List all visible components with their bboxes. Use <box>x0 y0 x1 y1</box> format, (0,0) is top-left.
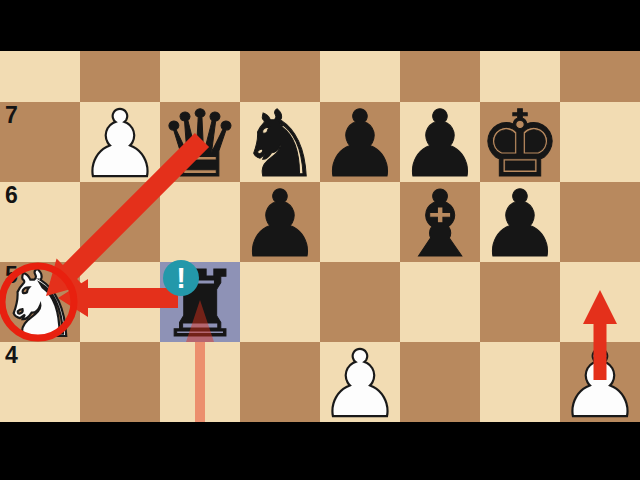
square-g4[interactable] <box>480 342 560 422</box>
piece-black-bishop-f6[interactable]: ♝ <box>400 185 480 265</box>
piece-black-pawn-d6[interactable]: ♟ <box>240 185 320 265</box>
piece-white-pawn-e4[interactable]: ♟ <box>320 345 400 425</box>
square-e5[interactable] <box>320 262 400 342</box>
square-h6[interactable] <box>560 182 640 262</box>
video-frame: 7654♟♛♞♟♟♚♟♝♟♞♜♟♟ ! <box>0 0 640 480</box>
rank-label-7: 7 <box>0 102 18 127</box>
square-h5[interactable] <box>560 262 640 342</box>
square-f4[interactable] <box>400 342 480 422</box>
letterbox-bottom <box>0 422 640 480</box>
square-b4[interactable] <box>80 342 160 422</box>
chess-board: 7654♟♛♞♟♟♚♟♝♟♞♜♟♟ <box>0 0 640 480</box>
letterbox-top <box>0 0 640 51</box>
piece-black-pawn-g6[interactable]: ♟ <box>480 185 560 265</box>
piece-white-pawn-h4[interactable]: ♟ <box>560 345 640 425</box>
square-d4[interactable] <box>240 342 320 422</box>
piece-black-pawn-e7[interactable]: ♟ <box>320 105 400 185</box>
piece-black-rook-c5[interactable]: ♜ <box>160 265 240 345</box>
rank-label-6: 6 <box>0 182 18 207</box>
square-h7[interactable] <box>560 102 640 182</box>
piece-black-queen-c7[interactable]: ♛ <box>160 105 240 185</box>
piece-white-knight-a5[interactable]: ♞ <box>0 265 80 345</box>
square-b5[interactable] <box>80 262 160 342</box>
piece-white-pawn-b7[interactable]: ♟ <box>80 105 160 185</box>
